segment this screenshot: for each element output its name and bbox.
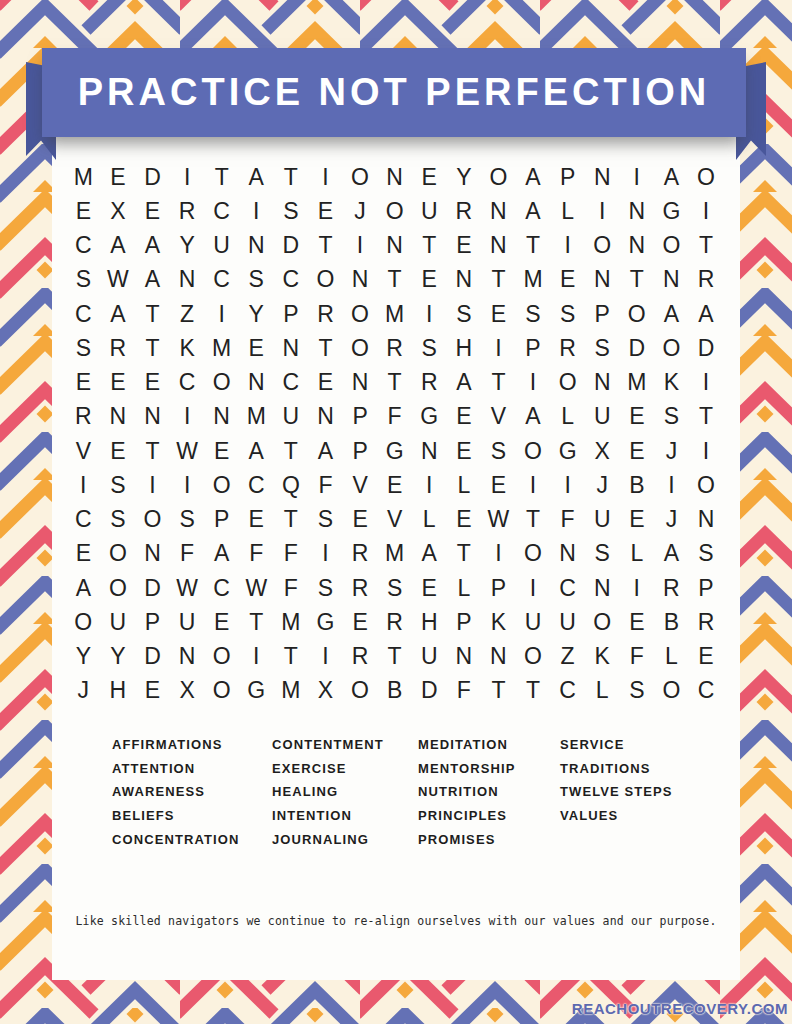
grid-cell[interactable]: R — [343, 537, 378, 571]
grid-cell[interactable]: T — [620, 263, 655, 297]
grid-cell[interactable]: T — [377, 366, 412, 400]
grid-cell[interactable]: A — [135, 263, 170, 297]
grid-cell[interactable]: F — [308, 468, 343, 502]
grid-cell[interactable]: T — [308, 331, 343, 365]
grid-cell[interactable]: T — [412, 229, 447, 263]
grid-cell[interactable]: N — [135, 537, 170, 571]
grid-cell[interactable]: W — [239, 571, 274, 605]
grid-cell[interactable]: Y — [66, 640, 101, 674]
grid-cell[interactable]: I — [308, 537, 343, 571]
grid-cell[interactable]: O — [377, 194, 412, 228]
grid-cell[interactable]: K — [170, 331, 205, 365]
grid-cell[interactable]: A — [654, 160, 689, 194]
grid-cell[interactable]: I — [585, 194, 620, 228]
grid-cell[interactable]: N — [412, 434, 447, 468]
grid-cell[interactable]: N — [585, 160, 620, 194]
grid-cell[interactable]: I — [343, 229, 378, 263]
grid-cell[interactable]: P — [585, 297, 620, 331]
grid-cell[interactable]: I — [550, 229, 585, 263]
grid-cell[interactable]: A — [101, 229, 136, 263]
grid-cell[interactable]: L — [585, 674, 620, 708]
grid-cell[interactable]: D — [274, 229, 309, 263]
grid-cell[interactable]: T — [377, 640, 412, 674]
grid-cell[interactable]: U — [412, 194, 447, 228]
grid-cell[interactable]: O — [204, 468, 239, 502]
grid-cell[interactable]: F — [620, 640, 655, 674]
grid-cell[interactable]: B — [620, 468, 655, 502]
grid-cell[interactable]: B — [377, 674, 412, 708]
grid-cell[interactable]: N — [101, 400, 136, 434]
grid-cell[interactable]: E — [412, 263, 447, 297]
grid-cell[interactable]: I — [481, 331, 516, 365]
grid-cell[interactable]: U — [585, 400, 620, 434]
grid-cell[interactable]: N — [170, 640, 205, 674]
grid-cell[interactable]: N — [550, 537, 585, 571]
grid-cell[interactable]: E — [481, 468, 516, 502]
grid-cell[interactable]: I — [689, 366, 724, 400]
grid-cell[interactable]: I — [481, 537, 516, 571]
grid-cell[interactable]: L — [550, 194, 585, 228]
grid-cell[interactable]: N — [239, 366, 274, 400]
grid-cell[interactable]: W — [170, 571, 205, 605]
grid-cell[interactable]: F — [447, 674, 482, 708]
grid-cell[interactable]: M — [204, 331, 239, 365]
grid-cell[interactable]: T — [481, 674, 516, 708]
grid-cell[interactable]: E — [101, 160, 136, 194]
grid-cell[interactable]: D — [135, 160, 170, 194]
grid-cell[interactable]: L — [620, 537, 655, 571]
grid-cell[interactable]: G — [412, 400, 447, 434]
grid-cell[interactable]: F — [170, 537, 205, 571]
grid-cell[interactable]: S — [620, 674, 655, 708]
grid-cell[interactable]: R — [343, 571, 378, 605]
grid-cell[interactable]: N — [239, 229, 274, 263]
grid-cell[interactable]: A — [66, 571, 101, 605]
grid-cell[interactable]: D — [135, 571, 170, 605]
grid-cell[interactable]: E — [377, 468, 412, 502]
grid-cell[interactable]: N — [689, 503, 724, 537]
grid-cell[interactable]: A — [308, 434, 343, 468]
grid-cell[interactable]: O — [654, 674, 689, 708]
grid-cell[interactable]: S — [308, 503, 343, 537]
grid-cell[interactable]: Y — [239, 297, 274, 331]
grid-cell[interactable]: N — [343, 263, 378, 297]
grid-cell[interactable]: P — [343, 400, 378, 434]
grid-cell[interactable]: E — [550, 263, 585, 297]
grid-cell[interactable]: C — [689, 674, 724, 708]
grid-cell[interactable]: M — [66, 160, 101, 194]
grid-cell[interactable]: L — [654, 640, 689, 674]
grid-cell[interactable]: C — [274, 263, 309, 297]
grid-cell[interactable]: E — [447, 434, 482, 468]
grid-cell[interactable]: N — [585, 571, 620, 605]
grid-cell[interactable]: N — [620, 194, 655, 228]
grid-cell[interactable]: Y — [447, 160, 482, 194]
grid-cell[interactable]: A — [516, 160, 551, 194]
grid-cell[interactable]: V — [343, 468, 378, 502]
grid-cell[interactable]: C — [204, 263, 239, 297]
grid-cell[interactable]: T — [516, 503, 551, 537]
grid-cell[interactable]: T — [447, 537, 482, 571]
grid-cell[interactable]: D — [620, 331, 655, 365]
grid-cell[interactable]: E — [689, 640, 724, 674]
grid-cell[interactable]: W — [170, 434, 205, 468]
grid-cell[interactable]: I — [516, 571, 551, 605]
grid-cell[interactable]: N — [481, 640, 516, 674]
grid-cell[interactable]: Y — [170, 229, 205, 263]
grid-cell[interactable]: O — [654, 229, 689, 263]
grid-cell[interactable]: S — [101, 503, 136, 537]
grid-cell[interactable]: S — [689, 537, 724, 571]
grid-cell[interactable]: P — [689, 571, 724, 605]
grid-cell[interactable]: D — [135, 640, 170, 674]
grid-cell[interactable]: M — [620, 366, 655, 400]
grid-cell[interactable]: T — [135, 297, 170, 331]
grid-cell[interactable]: E — [204, 605, 239, 639]
grid-cell[interactable]: O — [516, 434, 551, 468]
grid-cell[interactable]: O — [343, 297, 378, 331]
grid-cell[interactable]: I — [170, 160, 205, 194]
grid-cell[interactable]: C — [239, 468, 274, 502]
grid-cell[interactable]: W — [101, 263, 136, 297]
grid-cell[interactable]: N — [654, 263, 689, 297]
grid-cell[interactable]: O — [343, 331, 378, 365]
grid-cell[interactable]: V — [66, 434, 101, 468]
grid-cell[interactable]: P — [447, 605, 482, 639]
grid-cell[interactable]: O — [620, 297, 655, 331]
grid-cell[interactable]: U — [101, 605, 136, 639]
grid-cell[interactable]: I — [308, 160, 343, 194]
grid-cell[interactable]: R — [66, 400, 101, 434]
grid-cell[interactable]: F — [274, 537, 309, 571]
grid-cell[interactable]: N — [135, 400, 170, 434]
grid-cell[interactable]: E — [66, 366, 101, 400]
grid-cell[interactable]: L — [447, 571, 482, 605]
grid-cell[interactable]: U — [585, 503, 620, 537]
grid-cell[interactable]: E — [412, 571, 447, 605]
grid-cell[interactable]: F — [550, 503, 585, 537]
grid-cell[interactable]: O — [204, 366, 239, 400]
grid-cell[interactable]: X — [308, 674, 343, 708]
grid-cell[interactable]: E — [620, 434, 655, 468]
grid-cell[interactable]: A — [412, 537, 447, 571]
grid-cell[interactable]: O — [308, 263, 343, 297]
grid-cell[interactable]: D — [412, 674, 447, 708]
grid-cell[interactable]: A — [654, 297, 689, 331]
grid-cell[interactable]: H — [412, 605, 447, 639]
grid-cell[interactable]: I — [412, 297, 447, 331]
grid-cell[interactable]: E — [308, 194, 343, 228]
grid-cell[interactable]: H — [101, 674, 136, 708]
grid-cell[interactable]: S — [447, 297, 482, 331]
grid-cell[interactable]: I — [620, 160, 655, 194]
grid-cell[interactable]: S — [585, 331, 620, 365]
grid-cell[interactable]: P — [516, 331, 551, 365]
grid-cell[interactable]: J — [654, 434, 689, 468]
grid-cell[interactable]: I — [308, 640, 343, 674]
grid-cell[interactable]: N — [447, 263, 482, 297]
grid-cell[interactable]: V — [481, 400, 516, 434]
grid-cell[interactable]: K — [585, 640, 620, 674]
grid-cell[interactable]: I — [412, 468, 447, 502]
grid-cell[interactable]: N — [620, 229, 655, 263]
grid-cell[interactable]: A — [239, 434, 274, 468]
grid-cell[interactable]: C — [66, 229, 101, 263]
grid-cell[interactable]: N — [308, 400, 343, 434]
grid-cell[interactable]: E — [204, 434, 239, 468]
grid-cell[interactable]: S — [585, 537, 620, 571]
grid-cell[interactable]: T — [308, 229, 343, 263]
grid-cell[interactable]: E — [135, 366, 170, 400]
grid-cell[interactable]: C — [550, 571, 585, 605]
grid-cell[interactable]: S — [412, 331, 447, 365]
grid-cell[interactable]: P — [481, 571, 516, 605]
grid-cell[interactable]: I — [239, 194, 274, 228]
grid-cell[interactable]: A — [101, 297, 136, 331]
grid-cell[interactable]: K — [481, 605, 516, 639]
grid-cell[interactable]: E — [101, 434, 136, 468]
grid-cell[interactable]: X — [585, 434, 620, 468]
grid-cell[interactable]: J — [585, 468, 620, 502]
grid-cell[interactable]: O — [689, 160, 724, 194]
grid-cell[interactable]: R — [550, 331, 585, 365]
grid-cell[interactable]: X — [101, 194, 136, 228]
grid-cell[interactable]: O — [66, 605, 101, 639]
grid-cell[interactable]: S — [66, 263, 101, 297]
grid-cell[interactable]: S — [516, 297, 551, 331]
grid-cell[interactable]: S — [481, 434, 516, 468]
grid-cell[interactable]: I — [689, 434, 724, 468]
grid-cell[interactable]: T — [274, 434, 309, 468]
grid-cell[interactable]: S — [239, 263, 274, 297]
grid-cell[interactable]: N — [170, 263, 205, 297]
grid-cell[interactable]: M — [377, 297, 412, 331]
grid-cell[interactable]: C — [274, 366, 309, 400]
grid-cell[interactable]: I — [516, 468, 551, 502]
grid-cell[interactable]: U — [550, 605, 585, 639]
grid-cell[interactable]: S — [170, 503, 205, 537]
grid-cell[interactable]: E — [343, 605, 378, 639]
grid-cell[interactable]: D — [689, 331, 724, 365]
grid-cell[interactable]: J — [343, 194, 378, 228]
grid-cell[interactable]: R — [101, 331, 136, 365]
grid-cell[interactable]: T — [516, 229, 551, 263]
grid-cell[interactable]: E — [343, 503, 378, 537]
grid-cell[interactable]: I — [170, 400, 205, 434]
grid-cell[interactable]: E — [620, 400, 655, 434]
grid-cell[interactable]: I — [654, 468, 689, 502]
grid-cell[interactable]: C — [66, 503, 101, 537]
grid-cell[interactable]: I — [204, 297, 239, 331]
grid-cell[interactable]: U — [204, 229, 239, 263]
grid-cell[interactable]: N — [204, 400, 239, 434]
grid-cell[interactable]: E — [135, 674, 170, 708]
grid-cell[interactable]: G — [308, 605, 343, 639]
grid-cell[interactable]: E — [135, 194, 170, 228]
grid-cell[interactable]: M — [516, 263, 551, 297]
grid-cell[interactable]: P — [343, 434, 378, 468]
grid-cell[interactable]: S — [101, 468, 136, 502]
grid-cell[interactable]: E — [447, 503, 482, 537]
grid-cell[interactable]: E — [447, 400, 482, 434]
grid-cell[interactable]: C — [204, 194, 239, 228]
grid-cell[interactable]: F — [377, 400, 412, 434]
grid-cell[interactable]: A — [447, 366, 482, 400]
grid-cell[interactable]: L — [447, 468, 482, 502]
grid-cell[interactable]: J — [654, 503, 689, 537]
grid-cell[interactable]: R — [412, 366, 447, 400]
grid-cell[interactable]: O — [585, 229, 620, 263]
grid-cell[interactable]: O — [689, 468, 724, 502]
grid-cell[interactable]: R — [170, 194, 205, 228]
grid-cell[interactable]: T — [481, 366, 516, 400]
grid-cell[interactable]: S — [274, 194, 309, 228]
grid-cell[interactable]: T — [274, 160, 309, 194]
grid-cell[interactable]: C — [170, 366, 205, 400]
grid-cell[interactable]: A — [204, 537, 239, 571]
grid-cell[interactable]: M — [274, 605, 309, 639]
grid-cell[interactable]: E — [239, 331, 274, 365]
grid-cell[interactable]: Q — [274, 468, 309, 502]
grid-cell[interactable]: O — [204, 640, 239, 674]
grid-cell[interactable]: T — [689, 400, 724, 434]
grid-cell[interactable]: T — [274, 640, 309, 674]
grid-cell[interactable]: N — [585, 366, 620, 400]
grid-cell[interactable]: E — [412, 160, 447, 194]
grid-cell[interactable]: S — [550, 297, 585, 331]
grid-cell[interactable]: E — [308, 366, 343, 400]
grid-cell[interactable]: T — [481, 263, 516, 297]
grid-cell[interactable]: N — [377, 160, 412, 194]
grid-cell[interactable]: S — [377, 571, 412, 605]
grid-cell[interactable]: E — [66, 537, 101, 571]
grid-cell[interactable]: I — [66, 468, 101, 502]
grid-cell[interactable]: E — [481, 297, 516, 331]
grid-cell[interactable]: G — [654, 194, 689, 228]
grid-cell[interactable]: I — [516, 366, 551, 400]
grid-cell[interactable]: N — [274, 331, 309, 365]
grid-cell[interactable]: S — [66, 331, 101, 365]
grid-cell[interactable]: A — [654, 537, 689, 571]
grid-cell[interactable]: E — [239, 503, 274, 537]
grid-cell[interactable]: P — [550, 160, 585, 194]
grid-cell[interactable]: O — [343, 160, 378, 194]
grid-cell[interactable]: O — [204, 674, 239, 708]
grid-cell[interactable]: C — [66, 297, 101, 331]
grid-cell[interactable]: A — [516, 400, 551, 434]
grid-cell[interactable]: N — [377, 229, 412, 263]
grid-cell[interactable]: X — [170, 674, 205, 708]
grid-cell[interactable]: U — [170, 605, 205, 639]
grid-cell[interactable]: A — [689, 297, 724, 331]
grid-cell[interactable]: J — [66, 674, 101, 708]
grid-cell[interactable]: T — [135, 434, 170, 468]
grid-cell[interactable]: R — [308, 297, 343, 331]
grid-cell[interactable]: I — [689, 194, 724, 228]
grid-cell[interactable]: T — [377, 263, 412, 297]
grid-cell[interactable]: O — [481, 160, 516, 194]
grid-cell[interactable]: N — [447, 640, 482, 674]
grid-cell[interactable]: R — [689, 605, 724, 639]
grid-cell[interactable]: R — [377, 331, 412, 365]
grid-cell[interactable]: M — [239, 400, 274, 434]
grid-cell[interactable]: O — [654, 331, 689, 365]
grid-cell[interactable]: Z — [170, 297, 205, 331]
grid-cell[interactable]: G — [239, 674, 274, 708]
grid-cell[interactable]: N — [585, 263, 620, 297]
grid-cell[interactable]: E — [66, 194, 101, 228]
word-search-grid[interactable]: MEDITATIONEYOAPNIAOEXERCISEJOURNALINGICA… — [66, 160, 723, 708]
grid-cell[interactable]: N — [481, 229, 516, 263]
grid-cell[interactable]: E — [620, 605, 655, 639]
grid-cell[interactable]: O — [550, 366, 585, 400]
grid-cell[interactable]: O — [343, 674, 378, 708]
grid-cell[interactable]: I — [620, 571, 655, 605]
grid-cell[interactable]: R — [377, 605, 412, 639]
grid-cell[interactable]: C — [550, 674, 585, 708]
grid-cell[interactable]: P — [274, 297, 309, 331]
site-url[interactable]: REACHOUTRECOVERY.COM — [572, 1000, 788, 1017]
grid-cell[interactable]: E — [447, 229, 482, 263]
grid-cell[interactable]: T — [516, 674, 551, 708]
grid-cell[interactable]: P — [135, 605, 170, 639]
grid-cell[interactable]: B — [654, 605, 689, 639]
grid-cell[interactable]: I — [239, 640, 274, 674]
grid-cell[interactable]: E — [620, 503, 655, 537]
grid-cell[interactable]: R — [343, 640, 378, 674]
grid-cell[interactable]: G — [377, 434, 412, 468]
grid-cell[interactable]: S — [654, 400, 689, 434]
grid-cell[interactable]: L — [550, 400, 585, 434]
grid-cell[interactable]: M — [377, 537, 412, 571]
grid-cell[interactable]: T — [135, 331, 170, 365]
grid-cell[interactable]: O — [585, 605, 620, 639]
grid-cell[interactable]: O — [516, 640, 551, 674]
grid-cell[interactable]: O — [516, 537, 551, 571]
grid-cell[interactable]: I — [170, 468, 205, 502]
grid-cell[interactable]: C — [204, 571, 239, 605]
grid-cell[interactable]: T — [239, 605, 274, 639]
grid-cell[interactable]: K — [654, 366, 689, 400]
grid-cell[interactable]: R — [689, 263, 724, 297]
grid-cell[interactable]: W — [481, 503, 516, 537]
grid-cell[interactable]: R — [654, 571, 689, 605]
grid-cell[interactable]: G — [550, 434, 585, 468]
grid-cell[interactable]: R — [447, 194, 482, 228]
grid-cell[interactable]: S — [308, 571, 343, 605]
grid-cell[interactable]: A — [135, 229, 170, 263]
grid-cell[interactable]: M — [274, 674, 309, 708]
grid-cell[interactable]: U — [516, 605, 551, 639]
grid-cell[interactable]: N — [481, 194, 516, 228]
grid-cell[interactable]: I — [550, 468, 585, 502]
grid-cell[interactable]: L — [412, 503, 447, 537]
grid-cell[interactable]: F — [274, 571, 309, 605]
grid-cell[interactable]: U — [274, 400, 309, 434]
grid-cell[interactable]: I — [135, 468, 170, 502]
grid-cell[interactable]: T — [204, 160, 239, 194]
grid-cell[interactable]: Y — [101, 640, 136, 674]
grid-cell[interactable]: T — [274, 503, 309, 537]
grid-cell[interactable]: A — [516, 194, 551, 228]
grid-cell[interactable]: O — [135, 503, 170, 537]
grid-cell[interactable]: H — [447, 331, 482, 365]
grid-cell[interactable]: T — [689, 229, 724, 263]
grid-cell[interactable]: N — [343, 366, 378, 400]
grid-cell[interactable]: A — [239, 160, 274, 194]
grid-cell[interactable]: U — [412, 640, 447, 674]
grid-cell[interactable]: F — [239, 537, 274, 571]
